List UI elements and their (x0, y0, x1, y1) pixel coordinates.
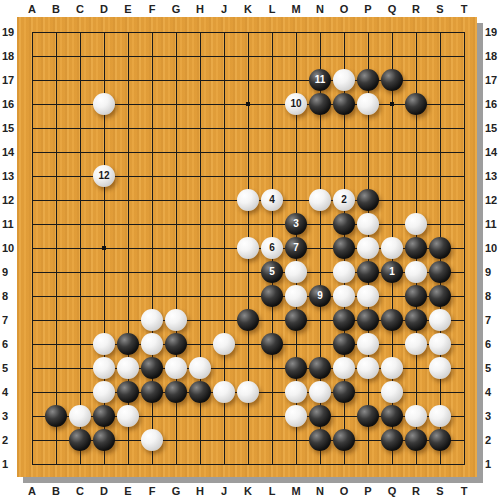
stone-white (333, 261, 355, 283)
coordinate-label-row: 4 (485, 385, 499, 399)
stone-black (429, 285, 451, 307)
coordinate-label-column: E (119, 2, 137, 16)
coordinate-label-row: 4 (2, 385, 16, 399)
stone-black (405, 429, 427, 451)
coordinate-label-row: 3 (485, 409, 499, 423)
coordinate-label-row: 6 (485, 337, 499, 351)
coordinate-label-column: O (335, 2, 353, 16)
coordinate-label-row: 2 (485, 433, 499, 447)
stone-black (357, 309, 379, 331)
move-number-label: 9 (317, 291, 323, 301)
coordinate-label-column: C (71, 2, 89, 16)
coordinate-label-row: 15 (2, 121, 16, 135)
stone-black (381, 309, 403, 331)
stone-white (285, 381, 307, 403)
coordinate-label-column: P (359, 2, 377, 16)
stone-white (381, 237, 403, 259)
move-number-label: 10 (290, 99, 301, 109)
coordinate-label-column: B (47, 2, 65, 16)
stone-white (93, 381, 115, 403)
stone-white: 4 (261, 189, 283, 211)
coordinate-label-column: R (407, 484, 425, 498)
coordinate-label-row: 2 (2, 433, 16, 447)
stone-black (93, 405, 115, 427)
stone-black (357, 261, 379, 283)
grid-line-vertical (464, 32, 465, 465)
coordinate-label-row: 14 (2, 145, 16, 159)
grid-line-horizontal (32, 296, 465, 297)
stone-black (285, 357, 307, 379)
stone-black (405, 237, 427, 259)
stone-white (93, 333, 115, 355)
coordinate-label-column: F (143, 2, 161, 16)
coordinate-label-column: M (287, 2, 305, 16)
stone-black: 11 (309, 69, 331, 91)
stone-white (141, 333, 163, 355)
coordinate-label-row: 13 (2, 169, 16, 183)
coordinate-label-row: 16 (2, 97, 16, 111)
coordinate-label-row: 9 (2, 265, 16, 279)
stone-white (117, 357, 139, 379)
move-number-label: 12 (98, 171, 109, 181)
coordinate-label-row: 10 (485, 241, 499, 255)
coordinate-label-column: E (119, 484, 137, 498)
stone-white (429, 357, 451, 379)
coordinate-label-row: 15 (485, 121, 499, 135)
stone-black (165, 381, 187, 403)
coordinate-label-row: 11 (2, 217, 16, 231)
coordinate-label-row: 10 (2, 241, 16, 255)
stone-black (357, 405, 379, 427)
stone-black: 3 (285, 213, 307, 235)
stone-black (261, 285, 283, 307)
stone-black (285, 309, 307, 331)
stone-black: 7 (285, 237, 307, 259)
stone-black (333, 237, 355, 259)
stone-black (117, 381, 139, 403)
star-point (246, 102, 250, 106)
coordinate-label-column: M (287, 484, 305, 498)
coordinate-label-row: 12 (485, 193, 499, 207)
stone-white (405, 213, 427, 235)
stone-white (381, 381, 403, 403)
stone-black: 9 (309, 285, 331, 307)
stone-white (69, 405, 91, 427)
stone-white (357, 237, 379, 259)
stone-black (333, 309, 355, 331)
move-number-label: 5 (269, 267, 275, 277)
coordinate-label-row: 11 (485, 217, 499, 231)
stone-white (93, 357, 115, 379)
coordinate-label-row: 18 (2, 49, 16, 63)
coordinate-label-row: 6 (2, 337, 16, 351)
coordinate-label-column: K (239, 2, 257, 16)
coordinate-label-column: J (215, 2, 233, 16)
stone-white (213, 381, 235, 403)
stone-black (309, 93, 331, 115)
stone-black: 1 (381, 261, 403, 283)
stone-black (141, 357, 163, 379)
coordinate-label-row: 1 (485, 457, 499, 471)
coordinate-label-column: S (431, 2, 449, 16)
go-game-screenshot: 11101242367519 AABBCCDDEEFFGGHHJJKKLLMMN… (0, 0, 500, 500)
stone-black (429, 261, 451, 283)
stone-white (357, 285, 379, 307)
coordinate-label-column: P (359, 484, 377, 498)
stone-white (141, 429, 163, 451)
coordinate-label-column: D (95, 2, 113, 16)
coordinate-label-column: N (311, 2, 329, 16)
stone-white (285, 405, 307, 427)
stone-white (237, 237, 259, 259)
stone-black (357, 69, 379, 91)
stone-black (93, 429, 115, 451)
stone-black (309, 429, 331, 451)
coordinate-label-column: G (167, 484, 185, 498)
coordinate-label-column: R (407, 2, 425, 16)
stone-white (309, 381, 331, 403)
coordinate-label-row: 13 (485, 169, 499, 183)
coordinate-label-column: A (23, 484, 41, 498)
stone-black (189, 381, 211, 403)
coordinate-label-row: 1 (2, 457, 16, 471)
stone-white (357, 93, 379, 115)
coordinate-label-column: A (23, 2, 41, 16)
stone-white (333, 285, 355, 307)
stone-white (93, 93, 115, 115)
stone-black (69, 429, 91, 451)
stone-white (357, 213, 379, 235)
stone-white (381, 357, 403, 379)
coordinate-label-row: 12 (2, 193, 16, 207)
coordinate-label-column: L (263, 2, 281, 16)
stone-white (405, 333, 427, 355)
coordinate-label-column: T (455, 2, 473, 16)
coordinate-label-column: K (239, 484, 257, 498)
stone-black (117, 333, 139, 355)
stone-black (429, 429, 451, 451)
stone-white (285, 261, 307, 283)
coordinate-label-column: L (263, 484, 281, 498)
stone-black: 5 (261, 261, 283, 283)
stone-black (333, 93, 355, 115)
coordinate-label-column: S (431, 484, 449, 498)
star-point (102, 246, 106, 250)
stone-white: 2 (333, 189, 355, 211)
stone-black (429, 237, 451, 259)
stone-black (405, 93, 427, 115)
coordinate-label-row: 7 (485, 313, 499, 327)
stone-white (189, 357, 211, 379)
stone-black (381, 69, 403, 91)
coordinate-label-row: 17 (2, 73, 16, 87)
stone-white (405, 405, 427, 427)
coordinate-label-column: C (71, 484, 89, 498)
coordinate-label-row: 18 (485, 49, 499, 63)
go-board[interactable]: 11101242367519 (17, 17, 477, 477)
stone-white (141, 309, 163, 331)
stone-white (429, 405, 451, 427)
stone-white (117, 405, 139, 427)
move-number-label: 4 (269, 195, 275, 205)
coordinate-label-row: 5 (485, 361, 499, 375)
stone-white (285, 285, 307, 307)
coordinate-label-row: 17 (485, 73, 499, 87)
coordinate-label-column: H (191, 2, 209, 16)
coordinate-label-row: 9 (485, 265, 499, 279)
move-number-label: 7 (293, 243, 299, 253)
move-number-label: 11 (315, 75, 326, 85)
coordinate-label-column: G (167, 2, 185, 16)
coordinate-label-row: 7 (2, 313, 16, 327)
stone-black (237, 309, 259, 331)
coordinate-label-column: J (215, 484, 233, 498)
coordinate-label-column: B (47, 484, 65, 498)
coordinate-label-row: 19 (2, 25, 16, 39)
stone-black (261, 333, 283, 355)
stone-black (141, 381, 163, 403)
coordinate-label-column: T (455, 484, 473, 498)
stone-white (333, 357, 355, 379)
stone-white (237, 189, 259, 211)
coordinate-label-row: 5 (2, 361, 16, 375)
coordinate-label-row: 3 (2, 409, 16, 423)
stone-black (165, 333, 187, 355)
coordinate-label-row: 8 (485, 289, 499, 303)
stone-black (333, 333, 355, 355)
stone-white (429, 333, 451, 355)
move-number-label: 6 (269, 243, 275, 253)
stone-white (309, 189, 331, 211)
stone-white (213, 333, 235, 355)
stone-black (405, 309, 427, 331)
move-number-label: 2 (341, 195, 347, 205)
coordinate-label-row: 8 (2, 289, 16, 303)
coordinate-label-column: D (95, 484, 113, 498)
stone-black (357, 189, 379, 211)
stone-white (357, 333, 379, 355)
coordinate-label-column: H (191, 484, 209, 498)
coordinate-label-column: Q (383, 2, 401, 16)
stone-white: 6 (261, 237, 283, 259)
stone-black (405, 285, 427, 307)
coordinate-label-column: Q (383, 484, 401, 498)
move-number-label: 1 (389, 267, 395, 277)
stone-black (381, 429, 403, 451)
stone-black (309, 357, 331, 379)
stone-black (333, 429, 355, 451)
stone-black (45, 405, 67, 427)
stone-white: 10 (285, 93, 307, 115)
stone-white (333, 69, 355, 91)
coordinate-label-column: O (335, 484, 353, 498)
coordinate-label-column: F (143, 484, 161, 498)
stone-white (405, 261, 427, 283)
stone-white (165, 309, 187, 331)
coordinate-label-row: 16 (485, 97, 499, 111)
coordinate-label-column: N (311, 484, 329, 498)
coordinate-label-row: 14 (485, 145, 499, 159)
move-number-label: 3 (293, 219, 299, 229)
star-point (390, 102, 394, 106)
stone-black (333, 381, 355, 403)
stone-white (165, 357, 187, 379)
stone-white: 12 (93, 165, 115, 187)
grid-line-horizontal (32, 464, 465, 465)
stone-white (357, 357, 379, 379)
stone-white (429, 309, 451, 331)
stone-black (309, 405, 331, 427)
stone-black (333, 213, 355, 235)
coordinate-label-row: 19 (485, 25, 499, 39)
stone-white (237, 381, 259, 403)
stone-black (381, 405, 403, 427)
